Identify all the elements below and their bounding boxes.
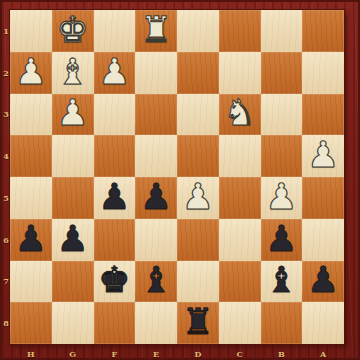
square-e1[interactable]: ♜ [135,10,177,52]
rank-label-4: 4 [2,135,10,177]
square-a5[interactable] [302,177,344,219]
square-f7[interactable]: ♚ [94,261,136,303]
square-e7[interactable]: ♝ [135,261,177,303]
black-pawn-f5[interactable]: ♟ [98,179,130,215]
square-f5[interactable]: ♟ [94,177,136,219]
file-label-h: H [10,347,52,360]
square-d4[interactable] [177,135,219,177]
rank-label-8: 8 [2,302,10,344]
black-pawn-g6[interactable]: ♟ [56,221,88,257]
square-h2[interactable]: ♟ [10,52,52,94]
square-a2[interactable] [302,52,344,94]
file-label-e: E [135,347,177,360]
white-pawn-h2[interactable]: ♟ [15,54,47,90]
square-h1[interactable] [10,10,52,52]
square-e3[interactable] [135,94,177,136]
square-h4[interactable] [10,135,52,177]
square-g2[interactable]: ♝ [52,52,94,94]
square-g3[interactable]: ♟ [52,94,94,136]
white-pawn-f2[interactable]: ♟ [98,54,130,90]
square-e4[interactable] [135,135,177,177]
file-label-d: D [177,347,219,360]
black-pawn-b6[interactable]: ♟ [265,221,297,257]
square-a7[interactable]: ♟ [302,261,344,303]
square-c2[interactable] [219,52,261,94]
rank-label-2: 2 [2,52,10,94]
white-pawn-d5[interactable]: ♟ [182,179,214,215]
square-g7[interactable] [52,261,94,303]
square-d1[interactable] [177,10,219,52]
square-c1[interactable] [219,10,261,52]
black-rook-d8[interactable]: ♜ [182,304,214,340]
square-d8[interactable]: ♜ [177,302,219,344]
black-bishop-b7[interactable]: ♝ [265,262,297,298]
square-h7[interactable] [10,261,52,303]
file-label-b: B [261,347,303,360]
white-king-g1[interactable]: ♚ [56,12,88,48]
square-a1[interactable] [302,10,344,52]
square-d3[interactable] [177,94,219,136]
white-knight-c3[interactable]: ♞ [223,95,255,131]
square-d7[interactable] [177,261,219,303]
black-pawn-e5[interactable]: ♟ [140,179,172,215]
square-c4[interactable] [219,135,261,177]
file-label-c: C [219,347,261,360]
square-h8[interactable] [10,302,52,344]
square-e8[interactable] [135,302,177,344]
square-h6[interactable]: ♟ [10,219,52,261]
square-h5[interactable] [10,177,52,219]
rank-label-1: 1 [2,10,10,52]
square-g1[interactable]: ♚ [52,10,94,52]
square-f3[interactable] [94,94,136,136]
square-f6[interactable] [94,219,136,261]
square-b3[interactable] [261,94,303,136]
square-a8[interactable] [302,302,344,344]
black-pawn-h6[interactable]: ♟ [15,221,47,257]
square-c3[interactable]: ♞ [219,94,261,136]
white-pawn-a4[interactable]: ♟ [307,137,339,173]
rank-label-7: 7 [2,261,10,303]
square-c7[interactable] [219,261,261,303]
file-label-g: G [52,347,94,360]
white-pawn-b5[interactable]: ♟ [265,179,297,215]
white-bishop-g2[interactable]: ♝ [56,54,88,90]
square-d6[interactable] [177,219,219,261]
square-f1[interactable] [94,10,136,52]
square-c8[interactable] [219,302,261,344]
square-b1[interactable] [261,10,303,52]
black-king-f7[interactable]: ♚ [98,262,130,298]
square-b5[interactable]: ♟ [261,177,303,219]
white-rook-e1[interactable]: ♜ [140,12,172,48]
square-f4[interactable] [94,135,136,177]
file-label-f: F [94,347,136,360]
square-b6[interactable]: ♟ [261,219,303,261]
square-d2[interactable] [177,52,219,94]
chess-board-window: ♚♜♟♝♟♟♞♟♟♟♟♟♟♟♟♚♝♝♟♜ 12345678 HGFEDCBA [0,0,360,360]
square-a4[interactable]: ♟ [302,135,344,177]
square-a6[interactable] [302,219,344,261]
square-f2[interactable]: ♟ [94,52,136,94]
black-bishop-e7[interactable]: ♝ [140,262,172,298]
square-b8[interactable] [261,302,303,344]
square-c5[interactable] [219,177,261,219]
square-b4[interactable] [261,135,303,177]
rank-label-3: 3 [2,94,10,136]
square-a3[interactable] [302,94,344,136]
square-b7[interactable]: ♝ [261,261,303,303]
square-f8[interactable] [94,302,136,344]
rank-label-5: 5 [2,177,10,219]
square-c6[interactable] [219,219,261,261]
rank-label-6: 6 [2,219,10,261]
square-g5[interactable] [52,177,94,219]
white-pawn-g3[interactable]: ♟ [56,95,88,131]
square-g6[interactable]: ♟ [52,219,94,261]
black-pawn-a7[interactable]: ♟ [307,262,339,298]
square-d5[interactable]: ♟ [177,177,219,219]
square-e2[interactable] [135,52,177,94]
square-e5[interactable]: ♟ [135,177,177,219]
square-e6[interactable] [135,219,177,261]
square-h3[interactable] [10,94,52,136]
square-b2[interactable] [261,52,303,94]
chess-board: ♚♜♟♝♟♟♞♟♟♟♟♟♟♟♟♚♝♝♟♜ [10,10,344,344]
file-label-a: A [302,347,344,360]
square-g8[interactable] [52,302,94,344]
square-g4[interactable] [52,135,94,177]
